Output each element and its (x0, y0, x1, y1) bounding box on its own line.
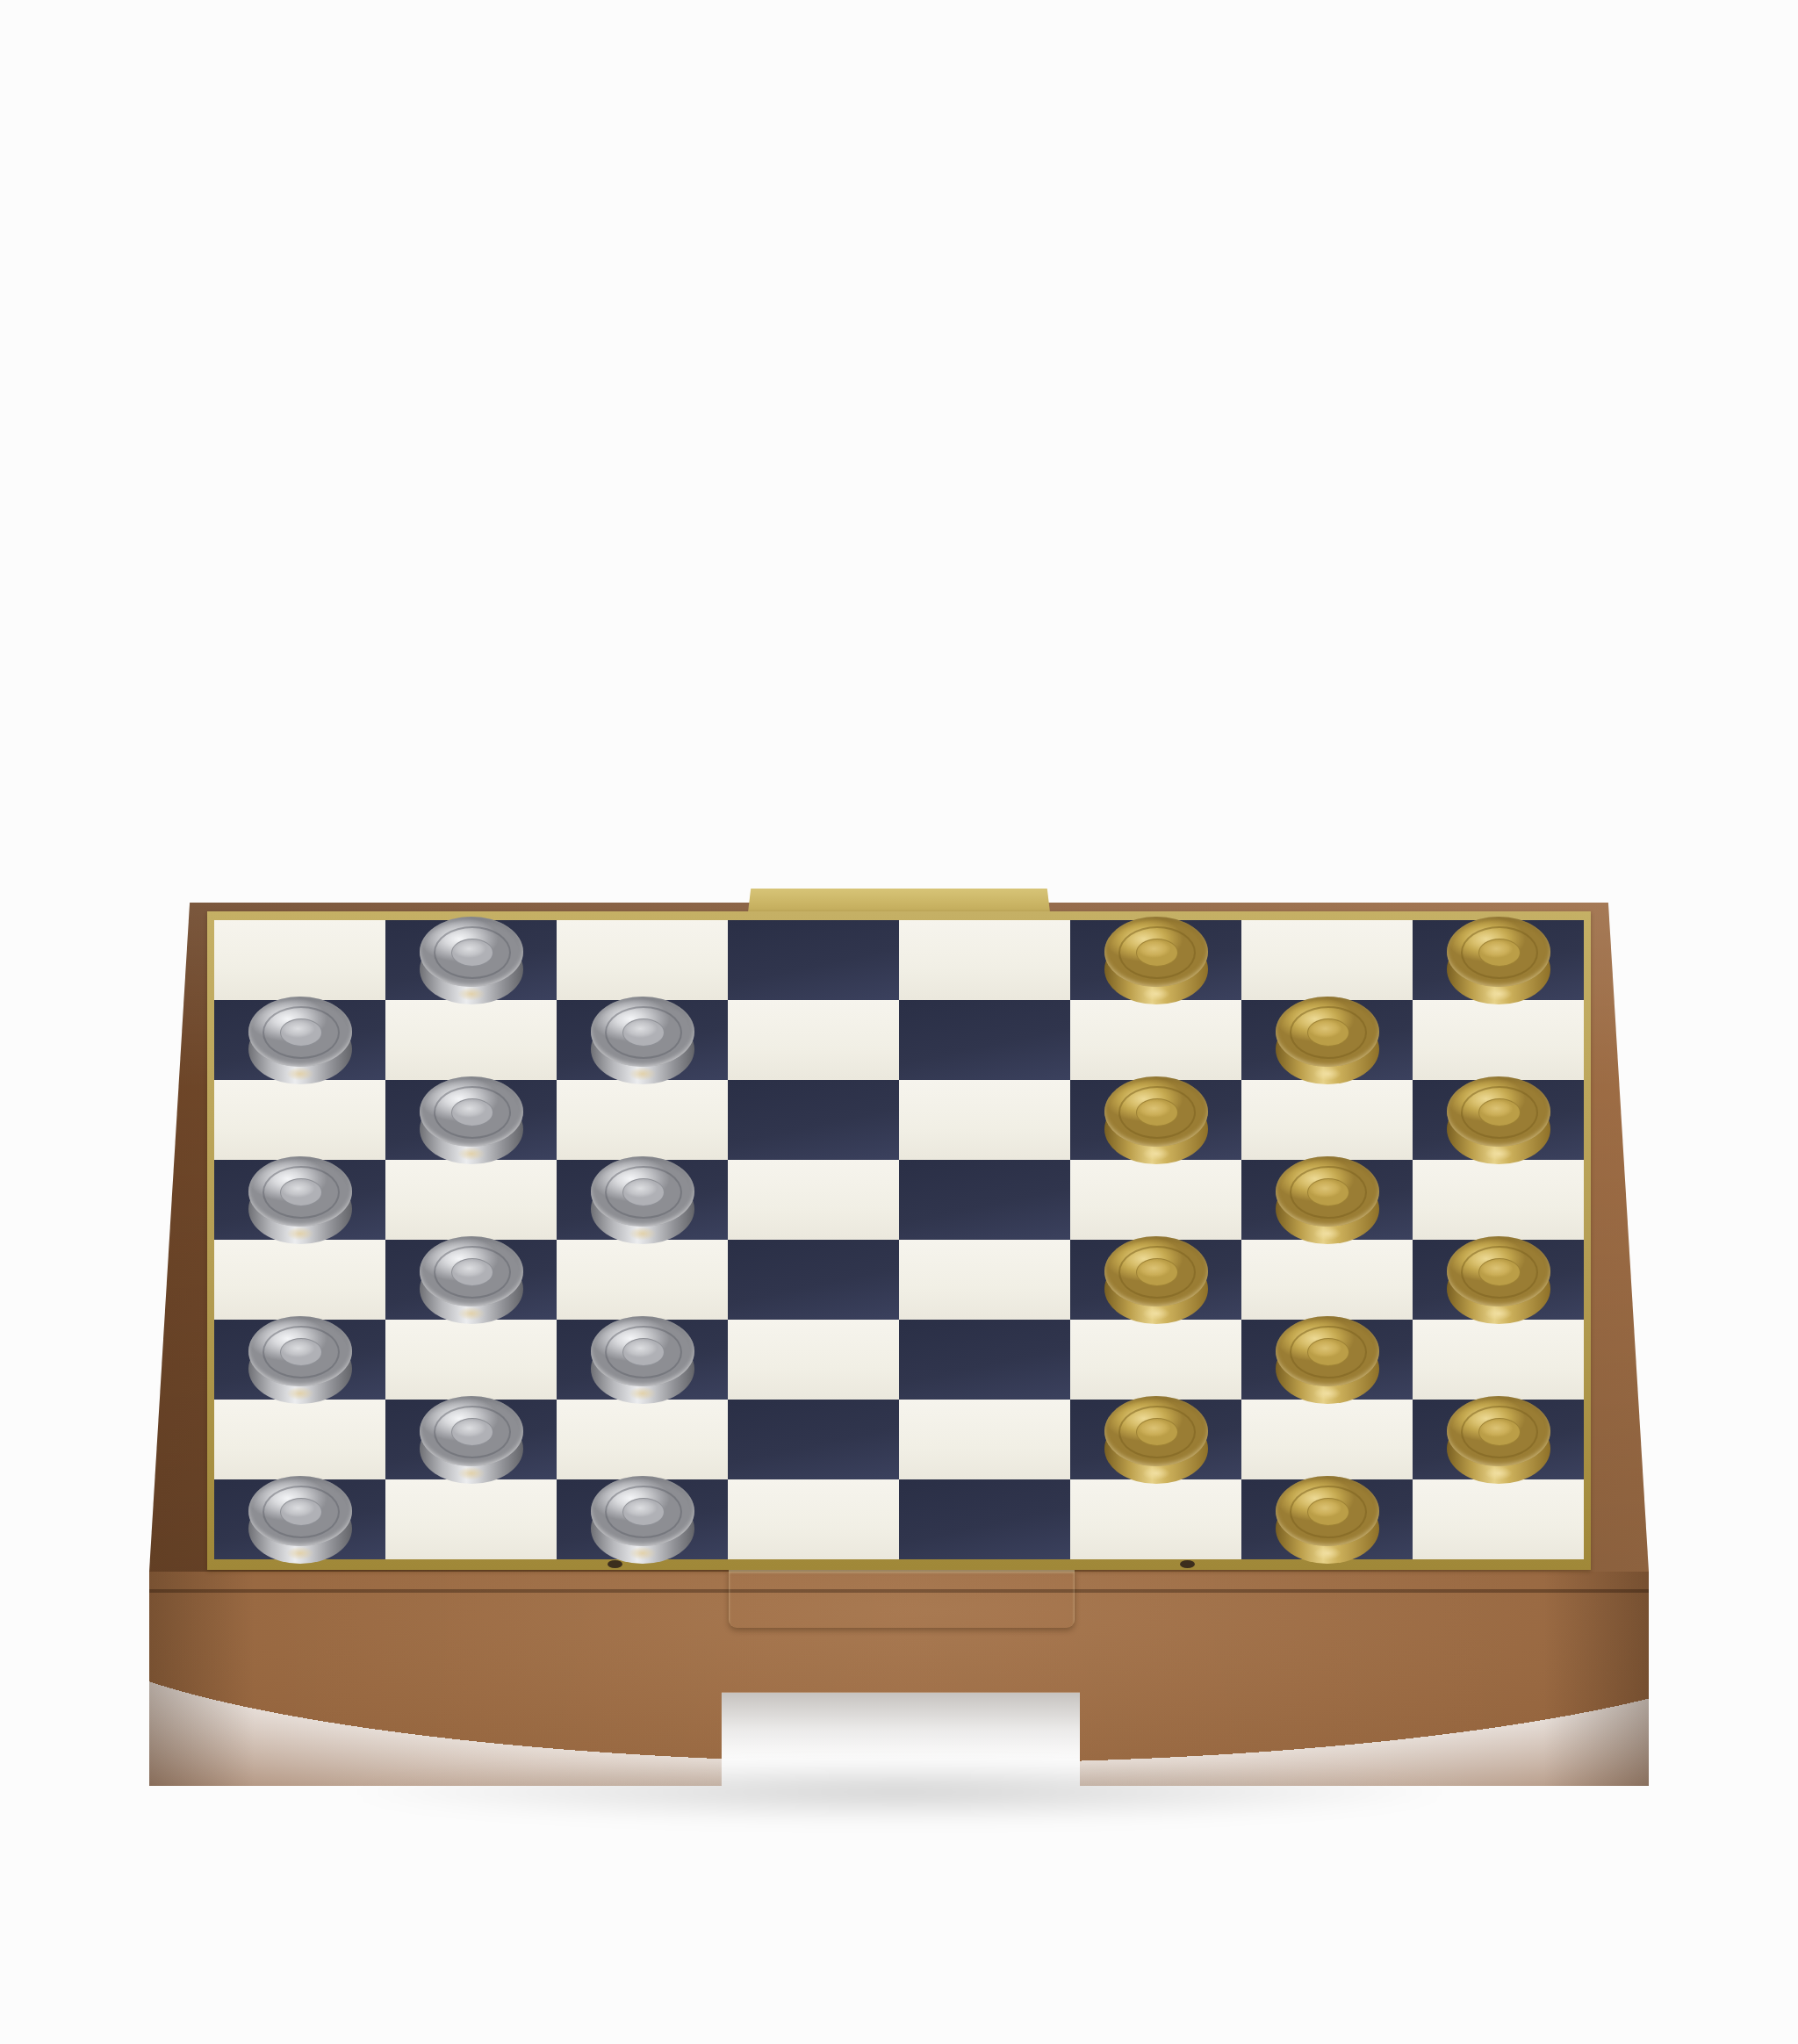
piece-glint (1480, 1465, 1517, 1482)
piece-glint (1309, 1065, 1346, 1083)
piece-center-button (1136, 1098, 1178, 1126)
piece-glint (1138, 1305, 1175, 1322)
checker-gold[interactable] (1447, 1236, 1550, 1324)
piece-center-button (451, 1258, 493, 1286)
piece-glint (453, 1465, 490, 1482)
checker-gold[interactable] (1276, 1476, 1379, 1564)
piece-center-button (1307, 1018, 1349, 1047)
checker-gold[interactable] (1447, 917, 1550, 1004)
checker-silver[interactable] (420, 1076, 523, 1164)
latch-hole-right (1180, 1560, 1195, 1568)
piece-top-face (1104, 1396, 1208, 1466)
piece-center-button (622, 1018, 665, 1047)
piece-top-face (591, 1476, 694, 1546)
checker-silver[interactable] (248, 997, 352, 1084)
piece-glint (624, 1065, 661, 1083)
checker-silver[interactable] (420, 917, 523, 1004)
checker-gold[interactable] (1276, 997, 1379, 1084)
piece-glint (1480, 985, 1517, 1003)
piece-glint (624, 1544, 661, 1562)
checker-silver[interactable] (420, 1236, 523, 1324)
checker-silver[interactable] (248, 1476, 352, 1564)
piece-center-button (1136, 939, 1178, 967)
piece-top-face (420, 917, 523, 987)
piece-center-button (1478, 1258, 1521, 1286)
piece-top-face (420, 1396, 523, 1466)
piece-glint (1309, 1385, 1346, 1402)
piece-center-button (622, 1178, 665, 1206)
checker-gold[interactable] (1447, 1396, 1550, 1484)
piece-top-face (1447, 917, 1550, 987)
checker-silver[interactable] (591, 1316, 694, 1404)
piece-top-face (1276, 1316, 1379, 1386)
piece-center-button (1307, 1178, 1349, 1206)
checker-silver[interactable] (248, 1156, 352, 1244)
product-photo (0, 0, 1798, 2044)
piece-center-button (1478, 1418, 1521, 1446)
checker-gold[interactable] (1447, 1076, 1550, 1164)
piece-top-face (1104, 1076, 1208, 1147)
piece-top-face (248, 1476, 352, 1546)
checker-gold[interactable] (1276, 1316, 1379, 1404)
piece-top-face (591, 997, 694, 1067)
piece-glint (624, 1385, 661, 1402)
piece-top-face (420, 1236, 523, 1306)
piece-glint (453, 1305, 490, 1322)
checker-gold[interactable] (1276, 1156, 1379, 1244)
piece-center-button (1136, 1258, 1178, 1286)
piece-center-button (1478, 939, 1521, 967)
piece-center-button (280, 1178, 322, 1206)
piece-glint (1138, 1465, 1175, 1482)
piece-center-button (451, 1418, 493, 1446)
piece-glint (453, 1145, 490, 1162)
checker-silver[interactable] (591, 997, 694, 1084)
piece-glint (1480, 1145, 1517, 1162)
notch-shadow (722, 1693, 1080, 1786)
piece-center-button (451, 1098, 493, 1126)
piece-glint (282, 1544, 319, 1562)
piece-top-face (1276, 1476, 1379, 1546)
checker-silver[interactable] (591, 1476, 694, 1564)
checker-gold[interactable] (1104, 1396, 1208, 1484)
piece-top-face (1104, 1236, 1208, 1306)
piece-center-button (451, 939, 493, 967)
piece-center-button (280, 1018, 322, 1047)
piece-top-face (248, 997, 352, 1067)
checker-gold[interactable] (1104, 917, 1208, 1004)
checker-silver[interactable] (420, 1396, 523, 1484)
piece-center-button (1136, 1418, 1178, 1446)
piece-center-button (280, 1338, 322, 1366)
checker-silver[interactable] (591, 1156, 694, 1244)
piece-glint (453, 985, 490, 1003)
piece-glint (282, 1225, 319, 1242)
piece-top-face (591, 1316, 694, 1386)
piece-top-face (591, 1156, 694, 1227)
piece-top-face (248, 1316, 352, 1386)
piece-top-face (1276, 997, 1379, 1067)
piece-top-face (1447, 1396, 1550, 1466)
brass-clasp-handle[interactable] (729, 1570, 1075, 1628)
piece-top-face (420, 1076, 523, 1147)
piece-center-button (1307, 1498, 1349, 1526)
piece-center-button (622, 1338, 665, 1366)
piece-glint (282, 1385, 319, 1402)
piece-center-button (1478, 1098, 1521, 1126)
piece-glint (1480, 1305, 1517, 1322)
pieces-layer (214, 920, 1584, 1559)
checker-gold[interactable] (1104, 1076, 1208, 1164)
piece-glint (1309, 1225, 1346, 1242)
piece-center-button (280, 1498, 322, 1526)
piece-glint (282, 1065, 319, 1083)
piece-center-button (622, 1498, 665, 1526)
piece-center-button (1307, 1338, 1349, 1366)
checkers-board (214, 920, 1584, 1559)
piece-top-face (1447, 1236, 1550, 1306)
piece-glint (1138, 1145, 1175, 1162)
piece-top-face (248, 1156, 352, 1227)
checker-silver[interactable] (248, 1316, 352, 1404)
piece-glint (624, 1225, 661, 1242)
latch-hole-left (608, 1560, 622, 1568)
checker-gold[interactable] (1104, 1236, 1208, 1324)
piece-top-face (1447, 1076, 1550, 1147)
piece-top-face (1276, 1156, 1379, 1227)
piece-glint (1309, 1544, 1346, 1562)
piece-top-face (1104, 917, 1208, 987)
piece-glint (1138, 985, 1175, 1003)
